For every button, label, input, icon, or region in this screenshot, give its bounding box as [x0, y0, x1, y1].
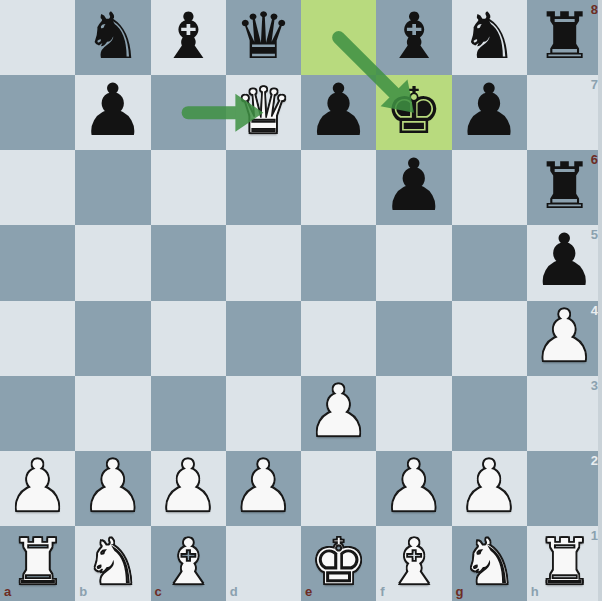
- white-rook-icon: ♜: [536, 530, 593, 594]
- square-g3[interactable]: [452, 376, 527, 451]
- black-knight-icon: ♞: [84, 4, 141, 68]
- square-a3[interactable]: [0, 376, 75, 451]
- black-pawn-icon: ♟: [382, 149, 447, 221]
- file-label-b: b: [79, 585, 87, 598]
- file-label-a: a: [4, 585, 11, 598]
- square-d1[interactable]: d: [226, 526, 301, 601]
- square-h8[interactable]: ♜8: [527, 0, 602, 75]
- black-bishop-icon: ♝: [159, 4, 216, 68]
- square-b1[interactable]: ♞b: [75, 526, 150, 601]
- square-e8[interactable]: [301, 0, 376, 75]
- square-e3[interactable]: ♟: [301, 376, 376, 451]
- white-pawn-icon: ♟: [382, 450, 447, 522]
- black-rook-icon: ♜: [536, 154, 593, 218]
- white-bishop-icon: ♝: [159, 530, 216, 594]
- file-label-h: h: [531, 585, 539, 598]
- square-h3[interactable]: 3: [527, 376, 602, 451]
- white-knight-icon: ♞: [460, 530, 517, 594]
- square-b3[interactable]: [75, 376, 150, 451]
- square-h6[interactable]: ♜6: [527, 150, 602, 225]
- square-a2[interactable]: ♟: [0, 451, 75, 526]
- white-pawn-icon: ♟: [532, 300, 597, 372]
- chess-board-diagram: ♞♝♛♝♞♜8♟♛♟♚♟7♟♜6♟5♟4♟3♟♟♟♟♟♟2♜a♞b♝cd♚e♝f…: [0, 0, 602, 601]
- square-d8[interactable]: ♛: [226, 0, 301, 75]
- square-g5[interactable]: [452, 225, 527, 300]
- square-a1[interactable]: ♜a: [0, 526, 75, 601]
- white-rook-icon: ♜: [9, 530, 66, 594]
- square-e6[interactable]: [301, 150, 376, 225]
- rank-label-3: 3: [591, 379, 598, 392]
- white-queen-icon: ♛: [235, 79, 292, 143]
- square-f4[interactable]: [376, 301, 451, 376]
- square-d4[interactable]: [226, 301, 301, 376]
- square-c7[interactable]: [151, 75, 226, 150]
- square-c2[interactable]: ♟: [151, 451, 226, 526]
- square-h1[interactable]: ♜1h: [527, 526, 602, 601]
- file-label-d: d: [230, 585, 238, 598]
- square-b2[interactable]: ♟: [75, 451, 150, 526]
- square-a5[interactable]: [0, 225, 75, 300]
- white-pawn-icon: ♟: [156, 450, 221, 522]
- square-d7[interactable]: ♛: [226, 75, 301, 150]
- rank-label-8: 8: [591, 3, 598, 16]
- square-e1[interactable]: ♚e: [301, 526, 376, 601]
- square-f3[interactable]: [376, 376, 451, 451]
- square-b7[interactable]: ♟: [75, 75, 150, 150]
- square-h7[interactable]: 7: [527, 75, 602, 150]
- file-label-c: c: [155, 585, 162, 598]
- black-pawn-icon: ♟: [532, 224, 597, 296]
- file-label-e: e: [305, 585, 312, 598]
- square-a8[interactable]: [0, 0, 75, 75]
- black-rook-icon: ♜: [536, 4, 593, 68]
- square-g8[interactable]: ♞: [452, 0, 527, 75]
- square-h4[interactable]: ♟4: [527, 301, 602, 376]
- rank-label-6: 6: [591, 153, 598, 166]
- square-e2[interactable]: [301, 451, 376, 526]
- square-c8[interactable]: ♝: [151, 0, 226, 75]
- square-d3[interactable]: [226, 376, 301, 451]
- square-a6[interactable]: [0, 150, 75, 225]
- square-e5[interactable]: [301, 225, 376, 300]
- black-queen-icon: ♛: [235, 4, 292, 68]
- file-label-f: f: [380, 585, 384, 598]
- white-pawn-icon: ♟: [457, 450, 522, 522]
- square-c6[interactable]: [151, 150, 226, 225]
- white-bishop-icon: ♝: [385, 530, 442, 594]
- white-king-icon: ♚: [310, 530, 367, 594]
- rank-label-1: 1: [591, 529, 598, 542]
- white-pawn-icon: ♟: [231, 450, 296, 522]
- white-pawn-icon: ♟: [306, 375, 371, 447]
- square-b4[interactable]: [75, 301, 150, 376]
- board-right-edge-strip: [598, 0, 602, 601]
- square-d5[interactable]: [226, 225, 301, 300]
- square-a7[interactable]: [0, 75, 75, 150]
- square-g1[interactable]: ♞g: [452, 526, 527, 601]
- square-b5[interactable]: [75, 225, 150, 300]
- square-d6[interactable]: [226, 150, 301, 225]
- rank-label-5: 5: [591, 228, 598, 241]
- square-d2[interactable]: ♟: [226, 451, 301, 526]
- square-c4[interactable]: [151, 301, 226, 376]
- white-pawn-icon: ♟: [5, 450, 70, 522]
- square-f7[interactable]: ♚: [376, 75, 451, 150]
- black-knight-icon: ♞: [460, 4, 517, 68]
- square-f6[interactable]: ♟: [376, 150, 451, 225]
- square-h2[interactable]: 2: [527, 451, 602, 526]
- rank-label-2: 2: [591, 454, 598, 467]
- rank-label-4: 4: [591, 304, 598, 317]
- white-pawn-icon: ♟: [81, 450, 146, 522]
- square-g4[interactable]: [452, 301, 527, 376]
- square-g7[interactable]: ♟: [452, 75, 527, 150]
- square-e4[interactable]: [301, 301, 376, 376]
- square-g2[interactable]: ♟: [452, 451, 527, 526]
- rank-label-7: 7: [591, 78, 598, 91]
- square-b8[interactable]: ♞: [75, 0, 150, 75]
- black-pawn-icon: ♟: [81, 74, 146, 146]
- square-a4[interactable]: [0, 301, 75, 376]
- square-c1[interactable]: ♝c: [151, 526, 226, 601]
- square-e7[interactable]: ♟: [301, 75, 376, 150]
- square-f2[interactable]: ♟: [376, 451, 451, 526]
- file-label-g: g: [456, 585, 464, 598]
- black-bishop-icon: ♝: [385, 4, 442, 68]
- white-knight-icon: ♞: [84, 530, 141, 594]
- square-g6[interactable]: [452, 150, 527, 225]
- square-c3[interactable]: [151, 376, 226, 451]
- square-b6[interactable]: [75, 150, 150, 225]
- chess-board: ♞♝♛♝♞♜8♟♛♟♚♟7♟♜6♟5♟4♟3♟♟♟♟♟♟2♜a♞b♝cd♚e♝f…: [0, 0, 602, 601]
- black-king-icon: ♚: [385, 79, 442, 143]
- black-pawn-icon: ♟: [457, 74, 522, 146]
- square-f1[interactable]: ♝f: [376, 526, 451, 601]
- square-f5[interactable]: [376, 225, 451, 300]
- square-h5[interactable]: ♟5: [527, 225, 602, 300]
- square-c5[interactable]: [151, 225, 226, 300]
- square-f8[interactable]: ♝: [376, 0, 451, 75]
- black-pawn-icon: ♟: [306, 74, 371, 146]
